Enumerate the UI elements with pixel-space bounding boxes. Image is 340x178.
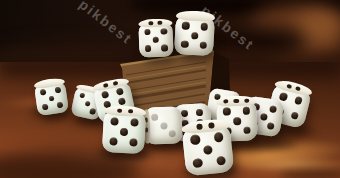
pip bbox=[145, 45, 152, 52]
pip bbox=[203, 145, 213, 155]
pip bbox=[158, 21, 163, 25]
pip bbox=[190, 135, 200, 145]
pip bbox=[233, 117, 241, 125]
pip bbox=[200, 23, 208, 31]
pip bbox=[117, 108, 123, 113]
pip bbox=[130, 118, 138, 126]
pip bbox=[279, 92, 288, 101]
pip bbox=[109, 137, 117, 145]
pip bbox=[128, 109, 134, 114]
pip bbox=[243, 126, 251, 134]
pip bbox=[216, 155, 226, 165]
pip bbox=[118, 97, 126, 105]
dice-layer bbox=[0, 0, 340, 178]
pip bbox=[144, 29, 151, 36]
pip bbox=[48, 95, 55, 102]
pip bbox=[79, 92, 86, 99]
pip bbox=[208, 122, 215, 128]
die-top-face bbox=[92, 76, 130, 92]
pip bbox=[103, 83, 109, 88]
pip bbox=[182, 22, 190, 30]
pip bbox=[294, 96, 303, 105]
pip bbox=[40, 89, 47, 96]
pip bbox=[260, 113, 268, 121]
pip bbox=[145, 128, 148, 133]
pip bbox=[57, 102, 64, 109]
die-top-face bbox=[176, 10, 215, 21]
pip bbox=[270, 105, 278, 113]
pip bbox=[113, 81, 119, 86]
pip bbox=[153, 37, 160, 44]
pip bbox=[223, 108, 231, 116]
pip bbox=[181, 110, 188, 117]
pip bbox=[169, 130, 176, 137]
pip bbox=[120, 128, 128, 136]
die-top-face bbox=[216, 96, 256, 107]
pip bbox=[196, 124, 203, 130]
pip bbox=[149, 21, 154, 25]
pip bbox=[181, 40, 189, 48]
pip bbox=[84, 100, 91, 107]
pip bbox=[213, 132, 223, 142]
pip bbox=[129, 138, 137, 146]
die-top-face bbox=[104, 105, 146, 117]
die-front-big bbox=[182, 124, 235, 177]
die-center-glare bbox=[144, 106, 182, 144]
pip bbox=[151, 113, 158, 120]
pip bbox=[234, 99, 239, 104]
pip bbox=[199, 41, 207, 49]
die-cube-right bbox=[174, 15, 215, 56]
dice-photo: pikbestpikbest bbox=[0, 0, 340, 178]
pip bbox=[193, 158, 203, 168]
pip bbox=[110, 117, 118, 125]
pip bbox=[242, 107, 250, 115]
die-left bbox=[34, 81, 69, 116]
die-cube-left bbox=[138, 22, 173, 57]
pip bbox=[55, 87, 62, 94]
pip bbox=[295, 86, 301, 91]
pip bbox=[267, 123, 275, 131]
die-center-front bbox=[102, 110, 146, 154]
pip bbox=[191, 32, 199, 40]
pip bbox=[160, 122, 167, 129]
pip bbox=[101, 90, 109, 98]
die-top-face bbox=[138, 18, 172, 27]
die-top-face bbox=[33, 77, 65, 89]
pip bbox=[290, 111, 299, 120]
pip bbox=[223, 99, 228, 104]
pip bbox=[116, 87, 124, 95]
pip bbox=[196, 109, 203, 116]
pip bbox=[161, 28, 168, 35]
pip bbox=[244, 98, 249, 103]
pip bbox=[161, 45, 168, 52]
pip bbox=[90, 108, 97, 115]
pip bbox=[286, 84, 292, 89]
pip bbox=[42, 104, 49, 111]
